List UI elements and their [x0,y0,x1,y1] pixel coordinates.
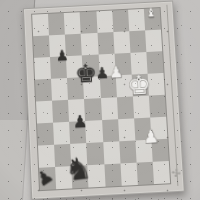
piece-white-bishop-h8: ♝ [145,7,156,19]
square-g7 [129,30,146,52]
square-f1 [120,163,137,186]
piece-black-pawn-e5: ♟ [95,65,109,81]
piece-black-pawn-b6: ♟ [55,48,69,63]
square-a5 [35,79,52,102]
square-a3 [37,123,54,146]
square-g8 [128,9,145,31]
piece-white-king-g4: ♚ [127,71,152,98]
square-e8 [96,11,113,33]
square-a6 [34,57,51,80]
square-h1 [153,161,171,184]
square-e4 [100,97,117,120]
square-b3 [53,122,70,145]
square-f7 [113,31,130,53]
square-f8 [112,10,129,32]
square-f2 [119,140,136,163]
square-b8 [48,13,65,35]
piece-white-pawn-f5: ♟ [109,65,123,81]
square-d8 [80,11,97,33]
square-h7 [145,30,162,52]
square-e2 [103,141,120,164]
piece-black-pawn-c3: ♟ [72,113,88,131]
square-c8 [64,12,81,34]
square-e7 [97,32,114,54]
square-g1 [136,162,154,185]
piece-white-pawn-g2: ♟ [143,128,160,146]
photo-background: ····· ✣ ♝♟♚♟♟♚♟♟♞♟ [0,0,200,200]
background-surface [0,120,30,200]
square-d7 [81,33,98,55]
square-b5 [51,78,68,101]
square-a7 [33,35,50,57]
square-f3 [118,118,135,141]
square-a4 [36,101,53,124]
chess-board: ····· ✣ ♝♟♚♟♟♚♟♟♞♟ [23,1,185,200]
square-a2 [38,145,55,168]
piece-black-knight-c1: ♞ [64,152,94,185]
square-a8 [32,14,49,36]
edge-text: ····· [168,47,174,63]
square-e3 [102,119,119,142]
maker-stamp-icon: ✣ [171,167,182,179]
square-e1 [104,164,121,187]
square-b4 [52,100,69,123]
